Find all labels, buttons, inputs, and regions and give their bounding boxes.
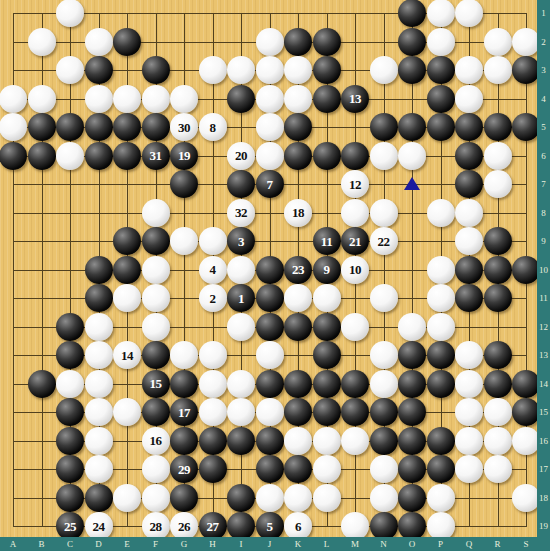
move-number-M4: 13 xyxy=(349,92,361,105)
stone-J17 xyxy=(256,455,284,483)
move-number-M9: 21 xyxy=(349,235,361,248)
column-label-N: N xyxy=(377,539,391,549)
triangle-marker-O7 xyxy=(404,177,420,190)
move-number-L9: 11 xyxy=(321,235,332,248)
stone-S15 xyxy=(512,398,540,426)
stone-B6 xyxy=(28,142,56,170)
stone-K12 xyxy=(284,313,312,341)
move-number-K19: 6 xyxy=(295,520,301,533)
stone-Q10 xyxy=(455,256,483,284)
stone-F18 xyxy=(142,484,170,512)
stone-L12 xyxy=(313,313,341,341)
stone-L3 xyxy=(313,56,341,84)
stone-S3 xyxy=(512,56,540,84)
stone-K16 xyxy=(284,427,312,455)
stone-F19: 28 xyxy=(142,512,170,540)
row-label-14: 14 xyxy=(537,379,550,389)
stone-S2 xyxy=(512,28,540,56)
stone-Q1 xyxy=(455,0,483,27)
stone-P1 xyxy=(427,0,455,27)
stone-J16 xyxy=(256,427,284,455)
stone-D12 xyxy=(85,313,113,341)
stone-Q17 xyxy=(455,455,483,483)
row-label-9: 9 xyxy=(537,236,550,246)
stone-L10: 9 xyxy=(313,256,341,284)
stone-B5 xyxy=(28,113,56,141)
move-number-M7: 12 xyxy=(349,178,361,191)
stone-F5 xyxy=(142,113,170,141)
stone-Q14 xyxy=(455,370,483,398)
row-label-19: 19 xyxy=(537,521,550,531)
row-label-6: 6 xyxy=(537,151,550,161)
stone-D5 xyxy=(85,113,113,141)
stone-S14 xyxy=(512,370,540,398)
stone-S18 xyxy=(512,484,540,512)
stone-P16 xyxy=(427,427,455,455)
stone-G7 xyxy=(170,170,198,198)
move-number-K8: 18 xyxy=(292,206,304,219)
stone-Q11 xyxy=(455,284,483,312)
stone-J2 xyxy=(256,28,284,56)
stone-H14 xyxy=(199,370,227,398)
stone-O1 xyxy=(398,0,426,27)
stone-H13 xyxy=(199,341,227,369)
stone-E13: 14 xyxy=(113,341,141,369)
move-number-G19: 26 xyxy=(178,520,190,533)
stone-M15 xyxy=(341,398,369,426)
stone-H16 xyxy=(199,427,227,455)
stone-K18 xyxy=(284,484,312,512)
stone-Q7 xyxy=(455,170,483,198)
stone-K8: 18 xyxy=(284,199,312,227)
column-label-I: I xyxy=(234,539,248,549)
stone-S10 xyxy=(512,256,540,284)
stone-I7 xyxy=(227,170,255,198)
stone-K4 xyxy=(284,85,312,113)
stone-P17 xyxy=(427,455,455,483)
row-label-17: 17 xyxy=(537,464,550,474)
stone-C18 xyxy=(56,484,84,512)
stone-Q13 xyxy=(455,341,483,369)
stone-J15 xyxy=(256,398,284,426)
stone-J10 xyxy=(256,256,284,284)
stone-R6 xyxy=(484,142,512,170)
stone-R15 xyxy=(484,398,512,426)
stone-Q6 xyxy=(455,142,483,170)
stone-N8 xyxy=(370,199,398,227)
column-label-B: B xyxy=(35,539,49,549)
row-label-5: 5 xyxy=(537,122,550,132)
stone-R5 xyxy=(484,113,512,141)
row-label-12: 12 xyxy=(537,322,550,332)
stone-J19: 5 xyxy=(256,512,284,540)
stone-B14 xyxy=(28,370,56,398)
stone-O18 xyxy=(398,484,426,512)
stone-I8: 32 xyxy=(227,199,255,227)
stone-Q3 xyxy=(455,56,483,84)
stone-I10 xyxy=(227,256,255,284)
column-label-F: F xyxy=(149,539,163,549)
stone-E18 xyxy=(113,484,141,512)
stone-D11 xyxy=(85,284,113,312)
stone-Q8 xyxy=(455,199,483,227)
stone-P2 xyxy=(427,28,455,56)
stone-F3 xyxy=(142,56,170,84)
stone-C16 xyxy=(56,427,84,455)
stone-P12 xyxy=(427,313,455,341)
stone-I15 xyxy=(227,398,255,426)
stone-M12 xyxy=(341,313,369,341)
stone-G14 xyxy=(170,370,198,398)
stone-L14 xyxy=(313,370,341,398)
stone-D6 xyxy=(85,142,113,170)
move-number-I6: 20 xyxy=(235,149,247,162)
stone-N17 xyxy=(370,455,398,483)
stone-N9: 22 xyxy=(370,227,398,255)
stone-F10 xyxy=(142,256,170,284)
stone-H3 xyxy=(199,56,227,84)
stone-G9 xyxy=(170,227,198,255)
column-label-M: M xyxy=(348,539,362,549)
stone-J4 xyxy=(256,85,284,113)
move-number-H5: 8 xyxy=(210,121,216,134)
stone-J11 xyxy=(256,284,284,312)
stone-R11 xyxy=(484,284,512,312)
stone-P14 xyxy=(427,370,455,398)
stone-F13 xyxy=(142,341,170,369)
stone-P11 xyxy=(427,284,455,312)
stone-P8 xyxy=(427,199,455,227)
stone-P5 xyxy=(427,113,455,141)
stone-L13 xyxy=(313,341,341,369)
stone-S5 xyxy=(512,113,540,141)
stone-Q9 xyxy=(455,227,483,255)
go-game-screen: 1330831192071232183112122423910211415171… xyxy=(0,0,550,551)
stone-P3 xyxy=(427,56,455,84)
stone-C13 xyxy=(56,341,84,369)
stone-F16: 16 xyxy=(142,427,170,455)
stone-K11 xyxy=(284,284,312,312)
stone-N14 xyxy=(370,370,398,398)
stone-O16 xyxy=(398,427,426,455)
stone-L6 xyxy=(313,142,341,170)
stone-L2 xyxy=(313,28,341,56)
stone-M10: 10 xyxy=(341,256,369,284)
stone-G16 xyxy=(170,427,198,455)
stone-K5 xyxy=(284,113,312,141)
stone-E4 xyxy=(113,85,141,113)
stone-N6 xyxy=(370,142,398,170)
stone-L18 xyxy=(313,484,341,512)
column-label-H: H xyxy=(206,539,220,549)
column-label-K: K xyxy=(291,539,305,549)
stone-M16 xyxy=(341,427,369,455)
stone-R9 xyxy=(484,227,512,255)
stone-E6 xyxy=(113,142,141,170)
move-number-F14: 15 xyxy=(150,377,162,390)
row-label-10: 10 xyxy=(537,265,550,275)
stone-Q15 xyxy=(455,398,483,426)
stone-K19: 6 xyxy=(284,512,312,540)
stone-R7 xyxy=(484,170,512,198)
stone-L17 xyxy=(313,455,341,483)
column-label-S: S xyxy=(519,539,533,549)
stone-G17: 29 xyxy=(170,455,198,483)
stone-H9 xyxy=(199,227,227,255)
stone-O13 xyxy=(398,341,426,369)
stone-R10 xyxy=(484,256,512,284)
move-number-N9: 22 xyxy=(378,235,390,248)
stone-O2 xyxy=(398,28,426,56)
stone-F14: 15 xyxy=(142,370,170,398)
stone-H11: 2 xyxy=(199,284,227,312)
stone-J7: 7 xyxy=(256,170,284,198)
stone-E10 xyxy=(113,256,141,284)
move-number-K10: 23 xyxy=(292,263,304,276)
move-number-G5: 30 xyxy=(178,121,190,134)
stone-H19: 27 xyxy=(199,512,227,540)
stone-C17 xyxy=(56,455,84,483)
stone-D10 xyxy=(85,256,113,284)
stone-O19 xyxy=(398,512,426,540)
stone-H10: 4 xyxy=(199,256,227,284)
move-number-H19: 27 xyxy=(207,520,219,533)
row-label-8: 8 xyxy=(537,208,550,218)
stone-R16 xyxy=(484,427,512,455)
stone-P10 xyxy=(427,256,455,284)
stone-K2 xyxy=(284,28,312,56)
column-label-strip: ABCDEFGHIJKLMNOPQRS xyxy=(0,537,550,551)
stone-Q5 xyxy=(455,113,483,141)
stone-D3 xyxy=(85,56,113,84)
row-label-1: 1 xyxy=(537,8,550,18)
stone-J6 xyxy=(256,142,284,170)
stone-C1 xyxy=(56,0,84,27)
move-number-F19: 28 xyxy=(150,520,162,533)
stone-G13 xyxy=(170,341,198,369)
stone-S16 xyxy=(512,427,540,455)
stone-M4: 13 xyxy=(341,85,369,113)
stone-M9: 21 xyxy=(341,227,369,255)
stone-O15 xyxy=(398,398,426,426)
move-number-I9: 3 xyxy=(238,235,244,248)
stone-P18 xyxy=(427,484,455,512)
stone-J13 xyxy=(256,341,284,369)
row-label-15: 15 xyxy=(537,407,550,417)
stone-C5 xyxy=(56,113,84,141)
stone-P4 xyxy=(427,85,455,113)
stone-A6 xyxy=(0,142,27,170)
stone-O12 xyxy=(398,313,426,341)
move-number-E13: 14 xyxy=(121,349,133,362)
stone-F17 xyxy=(142,455,170,483)
column-label-A: A xyxy=(6,539,20,549)
stone-R3 xyxy=(484,56,512,84)
stone-M19 xyxy=(341,512,369,540)
stone-A5 xyxy=(0,113,27,141)
column-label-D: D xyxy=(92,539,106,549)
stone-F15 xyxy=(142,398,170,426)
stone-N18 xyxy=(370,484,398,512)
stone-C12 xyxy=(56,313,84,341)
row-label-18: 18 xyxy=(537,493,550,503)
stone-N15 xyxy=(370,398,398,426)
stone-N19 xyxy=(370,512,398,540)
stone-I9: 3 xyxy=(227,227,255,255)
go-board[interactable]: 1330831192071232183112122423910211415171… xyxy=(0,0,550,551)
stone-I14 xyxy=(227,370,255,398)
stone-O17 xyxy=(398,455,426,483)
stone-G18 xyxy=(170,484,198,512)
column-label-O: O xyxy=(405,539,419,549)
stone-F8 xyxy=(142,199,170,227)
stone-J12 xyxy=(256,313,284,341)
stone-G4 xyxy=(170,85,198,113)
stone-K15 xyxy=(284,398,312,426)
stone-G6: 19 xyxy=(170,142,198,170)
stone-I16 xyxy=(227,427,255,455)
stone-M6 xyxy=(341,142,369,170)
move-number-I11: 1 xyxy=(238,292,244,305)
stone-I4 xyxy=(227,85,255,113)
stone-O6 xyxy=(398,142,426,170)
stone-E15 xyxy=(113,398,141,426)
column-label-J: J xyxy=(263,539,277,549)
row-label-13: 13 xyxy=(537,350,550,360)
row-label-11: 11 xyxy=(537,293,550,303)
stone-P19 xyxy=(427,512,455,540)
stone-D15 xyxy=(85,398,113,426)
stone-K3 xyxy=(284,56,312,84)
stone-K17 xyxy=(284,455,312,483)
stone-D4 xyxy=(85,85,113,113)
stone-O3 xyxy=(398,56,426,84)
stone-L4 xyxy=(313,85,341,113)
stone-E9 xyxy=(113,227,141,255)
stone-C6 xyxy=(56,142,84,170)
stone-J18 xyxy=(256,484,284,512)
move-number-G17: 29 xyxy=(178,463,190,476)
move-number-G6: 19 xyxy=(178,149,190,162)
stone-K10: 23 xyxy=(284,256,312,284)
row-label-16: 16 xyxy=(537,436,550,446)
stone-O14 xyxy=(398,370,426,398)
stone-I19 xyxy=(227,512,255,540)
move-number-G15: 17 xyxy=(178,406,190,419)
stone-H15 xyxy=(199,398,227,426)
stone-N3 xyxy=(370,56,398,84)
stone-N16 xyxy=(370,427,398,455)
stone-N5 xyxy=(370,113,398,141)
stone-L11 xyxy=(313,284,341,312)
stone-J3 xyxy=(256,56,284,84)
row-label-strip: 12345678910111213141516171819 xyxy=(537,0,550,551)
stone-N11 xyxy=(370,284,398,312)
stone-R14 xyxy=(484,370,512,398)
stone-G19: 26 xyxy=(170,512,198,540)
stone-H5: 8 xyxy=(199,113,227,141)
stone-R13 xyxy=(484,341,512,369)
column-label-L: L xyxy=(320,539,334,549)
stone-O5 xyxy=(398,113,426,141)
stone-K6 xyxy=(284,142,312,170)
stone-B2 xyxy=(28,28,56,56)
move-number-H10: 4 xyxy=(210,263,216,276)
stone-F12 xyxy=(142,313,170,341)
stone-E2 xyxy=(113,28,141,56)
move-number-D19: 24 xyxy=(93,520,105,533)
stone-G15: 17 xyxy=(170,398,198,426)
stone-I12 xyxy=(227,313,255,341)
move-number-J7: 7 xyxy=(267,178,273,191)
stone-K14 xyxy=(284,370,312,398)
move-number-F16: 16 xyxy=(150,434,162,447)
stone-D17 xyxy=(85,455,113,483)
stone-D2 xyxy=(85,28,113,56)
row-label-3: 3 xyxy=(537,65,550,75)
stone-C3 xyxy=(56,56,84,84)
stone-D16 xyxy=(85,427,113,455)
row-label-2: 2 xyxy=(537,37,550,47)
stone-L16 xyxy=(313,427,341,455)
move-number-H11: 2 xyxy=(210,292,216,305)
stone-B4 xyxy=(28,85,56,113)
stone-J14 xyxy=(256,370,284,398)
stone-L9: 11 xyxy=(313,227,341,255)
stone-I3 xyxy=(227,56,255,84)
column-label-E: E xyxy=(120,539,134,549)
move-number-M10: 10 xyxy=(349,263,361,276)
stone-E11 xyxy=(113,284,141,312)
stone-E5 xyxy=(113,113,141,141)
column-label-R: R xyxy=(491,539,505,549)
stone-C19: 25 xyxy=(56,512,84,540)
move-number-C19: 25 xyxy=(64,520,76,533)
move-number-J19: 5 xyxy=(267,520,273,533)
stone-D18 xyxy=(85,484,113,512)
stone-R2 xyxy=(484,28,512,56)
stone-N13 xyxy=(370,341,398,369)
stone-C15 xyxy=(56,398,84,426)
stone-F6: 31 xyxy=(142,142,170,170)
move-number-L10: 9 xyxy=(324,263,330,276)
stone-D19: 24 xyxy=(85,512,113,540)
stone-P13 xyxy=(427,341,455,369)
column-label-G: G xyxy=(177,539,191,549)
stone-L15 xyxy=(313,398,341,426)
stone-F9 xyxy=(142,227,170,255)
move-number-I8: 32 xyxy=(235,206,247,219)
stone-C14 xyxy=(56,370,84,398)
stone-I6: 20 xyxy=(227,142,255,170)
stone-M7: 12 xyxy=(341,170,369,198)
stone-I11: 1 xyxy=(227,284,255,312)
stone-Q16 xyxy=(455,427,483,455)
stone-A4 xyxy=(0,85,27,113)
stone-R17 xyxy=(484,455,512,483)
stone-H17 xyxy=(199,455,227,483)
stone-M14 xyxy=(341,370,369,398)
stone-D14 xyxy=(85,370,113,398)
column-label-C: C xyxy=(63,539,77,549)
stone-F11 xyxy=(142,284,170,312)
stone-Q4 xyxy=(455,85,483,113)
row-label-4: 4 xyxy=(537,94,550,104)
stone-I18 xyxy=(227,484,255,512)
column-label-P: P xyxy=(434,539,448,549)
stone-G5: 30 xyxy=(170,113,198,141)
stone-J5 xyxy=(256,113,284,141)
